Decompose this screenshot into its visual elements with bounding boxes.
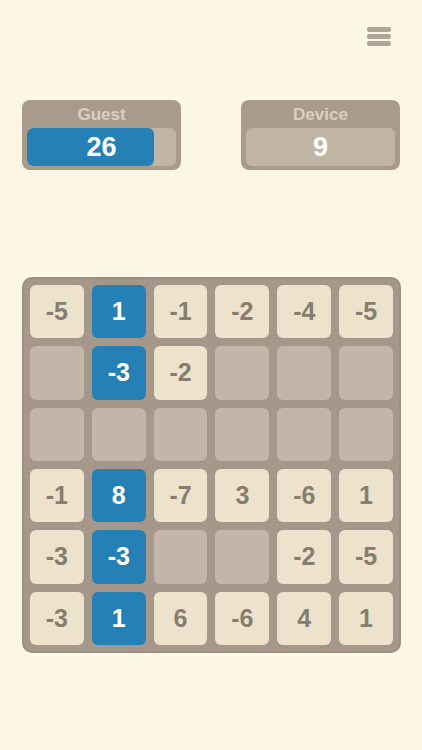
board-tile[interactable]: -1 (154, 285, 208, 338)
board-tile[interactable]: -2 (215, 285, 269, 338)
hamburger-menu-icon (367, 27, 391, 32)
board-cell-empty (339, 346, 393, 399)
board-cell-empty (92, 408, 146, 461)
board: -51-1-2-4-5-3-2-18-73-61-3-3-2-5-316-641 (22, 277, 401, 653)
board-tile[interactable]: -5 (339, 285, 393, 338)
board-tile[interactable]: -5 (339, 530, 393, 583)
board-cell-empty (339, 408, 393, 461)
device-score-panel: Device 9 (241, 100, 400, 170)
guest-score-bar: 26 (27, 128, 176, 166)
board-tile[interactable]: -2 (154, 346, 208, 399)
guest-score-panel: Guest 26 (22, 100, 181, 170)
score-panels: Guest 26 Device 9 (22, 100, 400, 170)
board-tile[interactable]: -4 (277, 285, 331, 338)
device-score-bar: 9 (246, 128, 395, 166)
board-tile[interactable]: -6 (277, 469, 331, 522)
board-cell-empty (215, 408, 269, 461)
hamburger-menu-icon (367, 41, 391, 46)
game-screen: Guest 26 Device 9 -51-1-2-4-5-3-2-18-73-… (0, 0, 422, 750)
board-tile[interactable]: -5 (30, 285, 84, 338)
board-tile[interactable]: 1 (339, 469, 393, 522)
board-cell-empty (30, 408, 84, 461)
board-tile[interactable]: -7 (154, 469, 208, 522)
board-tile-selected[interactable]: 1 (92, 592, 146, 645)
guest-player-label: Guest (22, 105, 181, 125)
board-tile-selected[interactable]: 1 (92, 285, 146, 338)
board-tile-selected[interactable]: -3 (92, 530, 146, 583)
device-player-label: Device (241, 105, 400, 125)
guest-score-value: 26 (27, 128, 176, 166)
board-tile-selected[interactable]: -3 (92, 346, 146, 399)
board-tile[interactable]: 6 (154, 592, 208, 645)
board-tile[interactable]: 1 (339, 592, 393, 645)
board-cell-empty (154, 408, 208, 461)
board-cell-empty (215, 346, 269, 399)
board-tile[interactable]: 4 (277, 592, 331, 645)
board-tile-selected[interactable]: 8 (92, 469, 146, 522)
board-cell-empty (30, 346, 84, 399)
hamburger-menu-button[interactable] (367, 27, 391, 46)
board-tile[interactable]: -3 (30, 592, 84, 645)
board-cell-empty (215, 530, 269, 583)
board-tile[interactable]: 3 (215, 469, 269, 522)
hamburger-menu-icon (367, 34, 391, 39)
board-tile[interactable]: -2 (277, 530, 331, 583)
board-cell-empty (154, 530, 208, 583)
board-cell-empty (277, 408, 331, 461)
board-tile[interactable]: -6 (215, 592, 269, 645)
board-tile[interactable]: -1 (30, 469, 84, 522)
board-tile[interactable]: -3 (30, 530, 84, 583)
board-cell-empty (277, 346, 331, 399)
device-score-value: 9 (246, 128, 395, 166)
